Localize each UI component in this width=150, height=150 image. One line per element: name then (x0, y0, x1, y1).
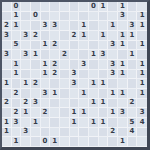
cell-r6c13[interactable] (118, 50, 128, 60)
cell-r7c10[interactable] (89, 60, 99, 70)
cell-r14c15[interactable] (137, 128, 147, 138)
cell-r13c2-clue[interactable]: 3 (12, 118, 22, 128)
cell-r11c7[interactable] (60, 99, 70, 109)
cell-r11c6[interactable] (50, 99, 60, 109)
cell-r14c9[interactable] (79, 128, 89, 138)
cell-r1c8[interactable] (70, 2, 80, 12)
cell-r3c15-clue[interactable]: 1 (137, 21, 147, 31)
cell-r8c2-clue[interactable]: 1 (12, 70, 22, 80)
cell-r5c1[interactable] (2, 41, 12, 51)
cell-r9c6[interactable] (50, 79, 60, 89)
cell-r2c11[interactable] (99, 12, 109, 22)
cell-r5c9[interactable] (79, 41, 89, 51)
cell-r1c14[interactable] (128, 2, 138, 12)
cell-r13c13[interactable] (118, 118, 128, 128)
cell-r9c8-clue[interactable]: 3 (70, 79, 80, 89)
puzzle-screenshot: 0011103121331131332211115123113312131112… (0, 0, 150, 150)
cell-r8c11[interactable] (99, 70, 109, 80)
cell-r7c4[interactable] (31, 60, 41, 70)
cell-r13c12[interactable] (108, 118, 118, 128)
cell-r13c14-clue[interactable]: 5 (128, 118, 138, 128)
cell-r8c15-clue[interactable]: 1 (137, 70, 147, 80)
cell-r7c9-clue[interactable]: 3 (79, 60, 89, 70)
cell-r1c6[interactable] (50, 2, 60, 12)
cell-r5c14[interactable] (128, 41, 138, 51)
cell-r14c7[interactable] (60, 128, 70, 138)
cell-r14c10[interactable] (89, 128, 99, 138)
cell-r3c6-clue[interactable]: 3 (50, 21, 60, 31)
cell-r6c7-clue[interactable]: 2 (60, 50, 70, 60)
cell-r10c14[interactable] (128, 89, 138, 99)
cell-r4c6[interactable] (50, 31, 60, 41)
cell-r11c12[interactable] (108, 99, 118, 109)
cell-r1c3[interactable] (21, 2, 31, 12)
cell-r4c12[interactable] (108, 31, 118, 41)
cell-r8c3[interactable] (21, 70, 31, 80)
cell-r12c1[interactable] (2, 108, 12, 118)
cell-r9c7[interactable] (60, 79, 70, 89)
cell-r4c3-clue[interactable]: 3 (21, 31, 31, 41)
cell-r4c9-clue[interactable]: 1 (79, 31, 89, 41)
cell-r11c11-clue[interactable]: 1 (99, 99, 109, 109)
cell-r10c6-clue[interactable]: 1 (50, 89, 60, 99)
cell-r8c4[interactable] (31, 70, 41, 80)
cell-r3c2-clue[interactable]: 1 (12, 21, 22, 31)
cell-r3c12-clue[interactable]: 1 (108, 21, 118, 31)
cell-r9c4-clue[interactable]: 2 (31, 79, 41, 89)
cell-r14c11[interactable] (99, 128, 109, 138)
cell-r7c3[interactable] (21, 60, 31, 70)
cell-r9c9[interactable] (79, 79, 89, 89)
cell-r12c10[interactable] (89, 108, 99, 118)
cell-r7c13-clue[interactable]: 1 (118, 60, 128, 70)
cell-r1c1[interactable] (2, 2, 12, 12)
cell-r14c14-clue[interactable]: 4 (128, 128, 138, 138)
cell-r1c7[interactable] (60, 2, 70, 12)
cell-r13c5[interactable] (41, 118, 51, 128)
cell-r8c9[interactable] (79, 70, 89, 80)
cell-r11c1-clue[interactable]: 2 (2, 99, 12, 109)
cell-r9c11-clue[interactable]: 1 (99, 79, 109, 89)
cell-r12c15-clue[interactable]: 3 (137, 108, 147, 118)
cell-r6c14-clue[interactable]: 1 (128, 50, 138, 60)
cell-r11c13[interactable] (118, 99, 128, 109)
cell-r5c4[interactable] (31, 41, 41, 51)
cell-r13c8-clue[interactable]: 1 (70, 118, 80, 128)
cell-r8c1[interactable] (2, 70, 12, 80)
cell-r15c3[interactable] (21, 137, 31, 147)
cell-r15c8[interactable] (70, 137, 80, 147)
cell-r1c12[interactable] (108, 2, 118, 12)
cell-r12c12-clue[interactable]: 1 (108, 108, 118, 118)
cell-r11c15[interactable] (137, 99, 147, 109)
cell-r15c11[interactable] (99, 137, 109, 147)
cell-r1c5[interactable] (41, 2, 51, 12)
cell-r13c10-clue[interactable]: 1 (89, 118, 99, 128)
cell-r15c1[interactable] (2, 137, 12, 147)
cell-r13c3[interactable] (21, 118, 31, 128)
cell-r3c9-clue[interactable]: 1 (79, 21, 89, 31)
cell-r7c14[interactable] (128, 60, 138, 70)
cell-r5c3[interactable] (21, 41, 31, 51)
cell-r6c3-clue[interactable]: 3 (21, 50, 31, 60)
cell-r5c2-clue[interactable]: 5 (12, 41, 22, 51)
cell-r12c7[interactable] (60, 108, 70, 118)
cell-r6c1-clue[interactable]: 3 (2, 50, 12, 60)
cell-r7c6-clue[interactable]: 2 (50, 60, 60, 70)
cell-r8c7[interactable] (60, 70, 70, 80)
cell-r6c10-clue[interactable]: 1 (89, 50, 99, 60)
cell-r7c15-clue[interactable]: 1 (137, 60, 147, 70)
cell-r2c12[interactable] (108, 12, 118, 22)
cell-r5c7[interactable] (60, 41, 70, 51)
cell-r12c6[interactable] (50, 108, 60, 118)
cell-r12c2-clue[interactable]: 2 (12, 108, 22, 118)
cell-r10c12-clue[interactable]: 1 (108, 89, 118, 99)
cell-r7c8[interactable] (70, 60, 80, 70)
cell-r6c12[interactable] (108, 50, 118, 60)
cell-r1c4[interactable] (31, 2, 41, 12)
cell-r9c1-clue[interactable]: 1 (2, 79, 12, 89)
cell-r8c10[interactable] (89, 70, 99, 80)
cell-r4c14-clue[interactable]: 1 (128, 31, 138, 41)
cell-r9c5[interactable] (41, 79, 51, 89)
cell-r9c3-clue[interactable]: 1 (21, 79, 31, 89)
cell-r10c1[interactable] (2, 89, 12, 99)
cell-r4c4-clue[interactable]: 2 (31, 31, 41, 41)
cell-r6c8[interactable] (70, 50, 80, 60)
cell-r5c11[interactable] (99, 41, 109, 51)
cell-r8c12-clue[interactable]: 3 (108, 70, 118, 80)
cell-r10c4[interactable] (31, 89, 41, 99)
cell-r4c8-clue[interactable]: 2 (70, 31, 80, 41)
cell-r15c14[interactable] (128, 137, 138, 147)
cell-r2c10[interactable] (89, 12, 99, 22)
cell-r3c4[interactable] (31, 21, 41, 31)
cell-r11c2[interactable] (12, 99, 22, 109)
cell-r14c8[interactable] (70, 128, 80, 138)
cell-r14c13[interactable] (118, 128, 128, 138)
cell-r13c7[interactable] (60, 118, 70, 128)
cell-r5c8[interactable] (70, 41, 80, 51)
cell-r5c13-clue[interactable]: 1 (118, 41, 128, 51)
cell-r2c8[interactable] (70, 12, 80, 22)
cell-r11c3-clue[interactable]: 2 (21, 99, 31, 109)
cell-r12c9-clue[interactable]: 1 (79, 108, 89, 118)
cell-r13c15-clue[interactable]: 4 (137, 118, 147, 128)
cell-r1c11-clue[interactable]: 1 (99, 2, 109, 12)
cell-r15c12[interactable] (108, 137, 118, 147)
cell-r5c10[interactable] (89, 41, 99, 51)
cell-r4c1-clue[interactable]: 3 (2, 31, 12, 41)
cell-r6c2[interactable] (12, 50, 22, 60)
cell-r15c7[interactable] (60, 137, 70, 147)
cell-r11c14-clue[interactable]: 2 (128, 99, 138, 109)
cell-r10c2-clue[interactable]: 2 (12, 89, 22, 99)
cell-r14c4[interactable] (31, 128, 41, 138)
cell-r2c5[interactable] (41, 12, 51, 22)
cell-r7c12-clue[interactable]: 3 (108, 60, 118, 70)
cell-r10c5-clue[interactable]: 3 (41, 89, 51, 99)
cell-r14c6[interactable] (50, 128, 60, 138)
cell-r5c5-clue[interactable]: 1 (41, 41, 51, 51)
cell-r15c6-clue[interactable]: 1 (50, 137, 60, 147)
cell-r6c6[interactable] (50, 50, 60, 60)
cell-r10c15-clue[interactable]: 1 (137, 89, 147, 99)
cell-r12c14[interactable] (128, 108, 138, 118)
cell-r3c7[interactable] (60, 21, 70, 31)
cell-r3c11[interactable] (99, 21, 109, 31)
cell-r14c12-clue[interactable]: 2 (108, 128, 118, 138)
cell-r3c3[interactable] (21, 21, 31, 31)
cell-r4c13-clue[interactable]: 1 (118, 31, 128, 41)
cell-r3c10[interactable] (89, 21, 99, 31)
cell-r1c15[interactable] (137, 2, 147, 12)
cell-r15c5-clue[interactable]: 0 (41, 137, 51, 147)
cell-r5c12-clue[interactable]: 3 (108, 41, 118, 51)
cell-r2c7[interactable] (60, 12, 70, 22)
cell-r9c2[interactable] (12, 79, 22, 89)
cell-r13c11-clue[interactable]: 1 (99, 118, 109, 128)
cell-r14c1-clue[interactable]: 1 (2, 128, 12, 138)
cell-r15c4[interactable] (31, 137, 41, 147)
cell-r3c13[interactable] (118, 21, 128, 31)
cell-r10c3[interactable] (21, 89, 31, 99)
cell-r12c5-clue[interactable]: 2 (41, 108, 51, 118)
cell-r10c11[interactable] (99, 89, 109, 99)
cell-r11c9[interactable] (79, 99, 89, 109)
cell-r14c5[interactable] (41, 128, 51, 138)
cell-r10c9-clue[interactable]: 1 (79, 89, 89, 99)
cell-r15c10[interactable] (89, 137, 99, 147)
cell-r4c2[interactable] (12, 31, 22, 41)
cell-r3c8[interactable] (70, 21, 80, 31)
cell-r11c8[interactable] (70, 99, 80, 109)
cell-r8c14[interactable] (128, 70, 138, 80)
cell-r9c12[interactable] (108, 79, 118, 89)
cell-r2c2-clue[interactable]: 1 (12, 12, 22, 22)
cell-r15c2-clue[interactable]: 1 (12, 137, 22, 147)
cell-r4c7[interactable] (60, 31, 70, 41)
cell-r13c6[interactable] (50, 118, 60, 128)
cell-r4c15[interactable] (137, 31, 147, 41)
cell-r7c2-clue[interactable]: 1 (12, 60, 22, 70)
cell-r2c6[interactable] (50, 12, 60, 22)
cell-r6c5[interactable] (41, 50, 51, 60)
cell-r2c14[interactable] (128, 12, 138, 22)
cell-r15c15[interactable] (137, 137, 147, 147)
cell-r13c1-clue[interactable]: 1 (2, 118, 12, 128)
cell-r8c6-clue[interactable]: 2 (50, 70, 60, 80)
cell-r10c8[interactable] (70, 89, 80, 99)
cell-r1c13-clue[interactable]: 1 (118, 2, 128, 12)
cell-r9c15-clue[interactable]: 1 (137, 79, 147, 89)
cell-r13c9[interactable] (79, 118, 89, 128)
cell-r7c7[interactable] (60, 60, 70, 70)
cell-r7c1[interactable] (2, 60, 12, 70)
cell-r13c4-clue[interactable]: 1 (31, 118, 41, 128)
cell-r9c13[interactable] (118, 79, 128, 89)
cell-r1c10-clue[interactable]: 0 (89, 2, 99, 12)
cell-r12c4[interactable] (31, 108, 41, 118)
cell-r12c8-clue[interactable]: 1 (70, 108, 80, 118)
cell-r2c13-clue[interactable]: 3 (118, 12, 128, 22)
cell-r3c1-clue[interactable]: 2 (2, 21, 12, 31)
cell-r15c13-clue[interactable]: 1 (118, 137, 128, 147)
cell-r11c4-clue[interactable]: 3 (31, 99, 41, 109)
cell-r1c9[interactable] (79, 2, 89, 12)
cell-r4c10[interactable] (89, 31, 99, 41)
cell-r12c11[interactable] (99, 108, 109, 118)
cell-r6c9[interactable] (79, 50, 89, 60)
cell-r10c13-clue[interactable]: 1 (118, 89, 128, 99)
cell-r6c15[interactable] (137, 50, 147, 60)
cell-r3c14-clue[interactable]: 3 (128, 21, 138, 31)
cell-r12c3-clue[interactable]: 1 (21, 108, 31, 118)
cell-r2c1[interactable] (2, 12, 12, 22)
cell-r8c5-clue[interactable]: 1 (41, 70, 51, 80)
cell-r10c7[interactable] (60, 89, 70, 99)
cell-r9c10-clue[interactable]: 1 (89, 79, 99, 89)
cell-r12c13-clue[interactable]: 3 (118, 108, 128, 118)
cell-r8c8-clue[interactable]: 3 (70, 70, 80, 80)
cell-r8c13-clue[interactable]: 1 (118, 70, 128, 80)
cell-r2c4-clue[interactable]: 0 (31, 12, 41, 22)
fill-a-pix-board: 0011103121331131332211115123113312131112… (0, 0, 150, 150)
cell-r10c10[interactable] (89, 89, 99, 99)
cell-r7c11[interactable] (99, 60, 109, 70)
cell-r6c11-clue[interactable]: 3 (99, 50, 109, 60)
cell-r11c10-clue[interactable]: 1 (89, 99, 99, 109)
cell-r7c5-clue[interactable]: 1 (41, 60, 51, 70)
cell-r2c15-clue[interactable]: 1 (137, 12, 147, 22)
cell-r5c6-clue[interactable]: 2 (50, 41, 60, 51)
cell-r3c5-clue[interactable]: 3 (41, 21, 51, 31)
cell-r4c5[interactable] (41, 31, 51, 41)
cell-r14c3-clue[interactable]: 3 (21, 128, 31, 138)
cell-r5c15-clue[interactable]: 1 (137, 41, 147, 51)
cell-r6c4-clue[interactable]: 1 (31, 50, 41, 60)
cell-r2c9[interactable] (79, 12, 89, 22)
cell-r14c2[interactable] (12, 128, 22, 138)
cell-r2c3[interactable] (21, 12, 31, 22)
cell-r1c2-clue[interactable]: 0 (12, 2, 22, 12)
cell-r15c9[interactable] (79, 137, 89, 147)
cell-r4c11-clue[interactable]: 1 (99, 31, 109, 41)
cell-r9c14[interactable] (128, 79, 138, 89)
cell-r11c5[interactable] (41, 99, 51, 109)
